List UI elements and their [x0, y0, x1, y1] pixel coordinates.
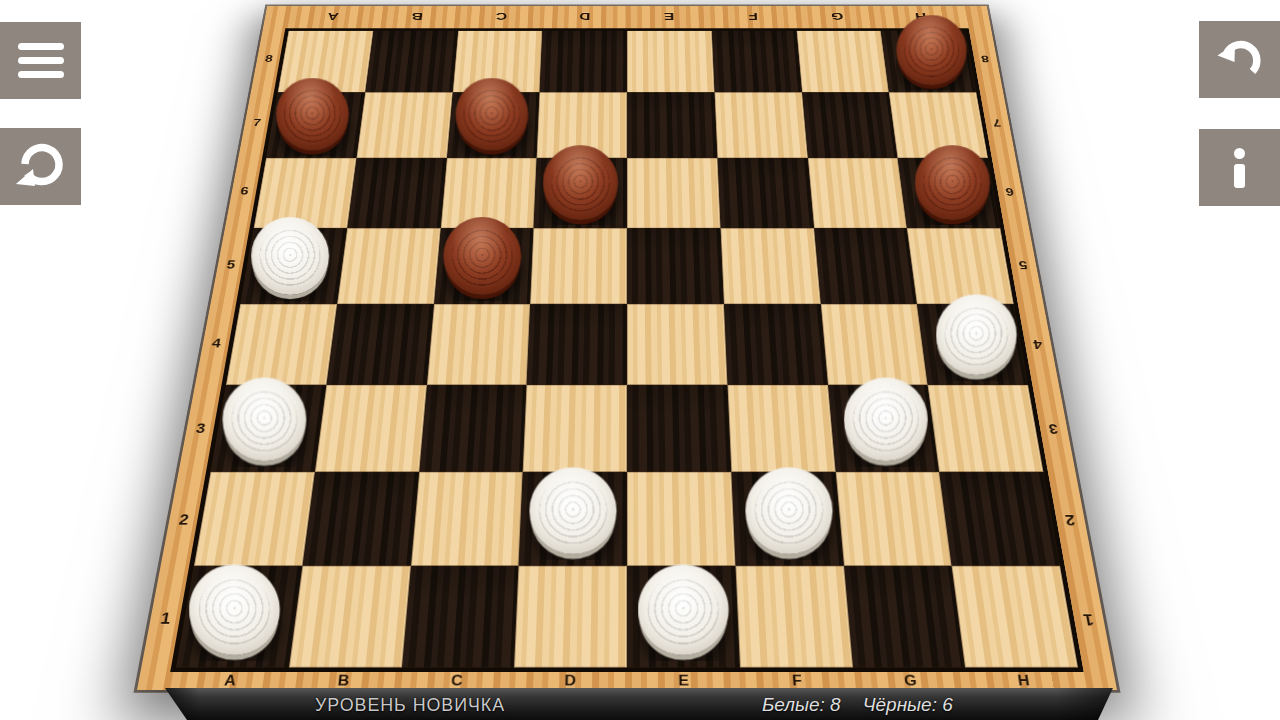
file-label-a: A [172, 673, 288, 689]
square-e7[interactable] [627, 92, 717, 158]
square-g7[interactable] [802, 92, 898, 158]
undo-button[interactable] [1199, 21, 1280, 98]
square-c2[interactable] [410, 472, 522, 566]
square-g5[interactable] [814, 228, 917, 303]
square-a4[interactable] [226, 304, 337, 385]
square-g8[interactable] [796, 31, 889, 93]
square-a2[interactable] [194, 472, 315, 566]
square-f7[interactable] [714, 92, 807, 158]
square-g4[interactable] [820, 304, 927, 385]
white-checker-e1[interactable] [638, 565, 729, 656]
menu-button[interactable] [0, 22, 81, 99]
file-label-d: D [513, 673, 627, 689]
square-d5[interactable] [530, 228, 627, 303]
square-f4[interactable] [724, 304, 828, 385]
white-checker-a5[interactable] [251, 217, 329, 295]
black-checker-a7[interactable] [276, 78, 349, 151]
black-checker-c7[interactable] [456, 78, 529, 151]
square-d4[interactable] [527, 304, 627, 385]
square-f8[interactable] [712, 31, 802, 93]
square-c4[interactable] [427, 304, 531, 385]
white-count-label: Белые: 8 [762, 688, 841, 720]
square-e8[interactable] [627, 31, 714, 93]
white-checker-g3[interactable] [844, 378, 928, 462]
black-checker-h6[interactable] [915, 145, 990, 220]
file-label-h: H [966, 673, 1082, 689]
black-count-label: Чёрные: 6 [863, 688, 953, 720]
square-f3[interactable] [727, 385, 835, 472]
square-a6[interactable] [254, 158, 357, 228]
info-button[interactable] [1199, 129, 1280, 206]
file-label-g: G [853, 673, 968, 689]
square-e6[interactable] [627, 158, 720, 228]
file-label-c: C [459, 10, 544, 22]
file-label-a: A [290, 10, 376, 22]
square-e5[interactable] [627, 228, 724, 303]
square-c3[interactable] [419, 385, 527, 472]
rotate-icon [15, 139, 67, 195]
square-b3[interactable] [315, 385, 427, 472]
square-b1[interactable] [289, 566, 411, 668]
file-label-e: E [627, 673, 741, 689]
file-label-g: G [794, 10, 879, 22]
hud-bar: УРОВЕНЬ НОВИЧКА Белые: 8 Чёрные: 6 [140, 688, 1125, 720]
square-b2[interactable] [302, 472, 419, 566]
square-e3[interactable] [627, 385, 731, 472]
file-label-h: H [878, 10, 964, 22]
file-labels-top: ABCDEFGH [289, 7, 964, 26]
file-label-f: F [711, 10, 796, 22]
file-label-b: B [374, 10, 459, 22]
info-icon [1234, 148, 1245, 188]
black-checker-h8[interactable] [896, 15, 966, 85]
square-e2[interactable] [627, 472, 735, 566]
black-checker-c5[interactable] [444, 217, 522, 295]
square-g6[interactable] [807, 158, 907, 228]
white-checker-d2[interactable] [530, 467, 617, 554]
black-checker-d6[interactable] [543, 145, 618, 220]
white-checker-a3[interactable] [222, 378, 306, 462]
square-h3[interactable] [928, 385, 1044, 472]
square-h1[interactable] [952, 566, 1078, 668]
square-e4[interactable] [627, 304, 727, 385]
square-g2[interactable] [835, 472, 952, 566]
square-d1[interactable] [514, 566, 627, 668]
file-labels-bottom: ABCDEFGH [172, 671, 1082, 691]
square-c1[interactable] [401, 566, 518, 668]
game-screen: { "game": "checkers", "position": { "fen… [0, 0, 1280, 720]
file-label-f: F [740, 673, 854, 689]
square-g1[interactable] [844, 566, 966, 668]
file-label-d: D [543, 10, 627, 22]
file-label-e: E [627, 10, 711, 22]
square-b4[interactable] [326, 304, 433, 385]
piece-counters: Белые: 8 Чёрные: 6 [762, 688, 953, 720]
square-b7[interactable] [356, 92, 452, 158]
square-d8[interactable] [540, 31, 627, 93]
level-label: УРОВЕНЬ НОВИЧКА [297, 688, 523, 720]
square-h5[interactable] [907, 228, 1014, 303]
file-label-c: C [400, 673, 514, 689]
undo-arrow-icon [1214, 32, 1266, 88]
square-h2[interactable] [939, 472, 1060, 566]
hamburger-icon [18, 40, 64, 81]
file-label-b: B [286, 673, 401, 689]
white-checker-f2[interactable] [745, 467, 832, 554]
square-b6[interactable] [347, 158, 447, 228]
checkers-board: ABCDEFGH ABCDEFGH 87654321 87654321 [137, 6, 1117, 690]
square-b8[interactable] [365, 31, 458, 93]
square-f5[interactable] [720, 228, 820, 303]
square-d3[interactable] [523, 385, 627, 472]
white-checker-h4[interactable] [936, 294, 1017, 375]
square-b5[interactable] [337, 228, 440, 303]
rotate-board-button[interactable] [0, 128, 81, 205]
square-f1[interactable] [735, 566, 852, 668]
white-checker-a1[interactable] [189, 565, 280, 656]
square-f6[interactable] [717, 158, 813, 228]
